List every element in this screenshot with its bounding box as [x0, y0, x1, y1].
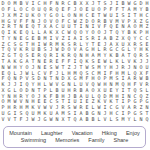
word-list-item-enjoy: Enjoy: [126, 131, 140, 137]
word-list-item-swimming: Swimming: [21, 138, 46, 144]
grid-cell-r21c25[interactable]: Q: [144, 116, 150, 122]
word-list-item-family: Family: [88, 138, 104, 144]
word-list-item-share: Share: [114, 138, 129, 144]
word-list-box: MountainLaughterVacationHikingEnjoy Swim…: [3, 126, 146, 148]
word-list-line-1: MountainLaughterVacationHikingEnjoy: [4, 131, 145, 137]
word-search-grid[interactable]: DOMBVICHFNRCBXXJTSJIBWGDHOFLOCOUQRQEFJOE…: [0, 1, 150, 122]
word-list-line-2: SwimmingMemoriesFamilyShare: [4, 138, 145, 144]
word-search-page: DOMBVICHFNRCBXXJTSJIBWGDHOFLOCOUQRQEFJOE…: [0, 0, 150, 150]
word-list-item-memories: Memories: [55, 138, 79, 144]
word-list-item-hiking: Hiking: [102, 131, 117, 137]
word-list-item-mountain: Mountain: [9, 131, 32, 137]
word-list-item-laughter: Laughter: [41, 131, 63, 137]
word-list-item-vacation: Vacation: [72, 131, 93, 137]
